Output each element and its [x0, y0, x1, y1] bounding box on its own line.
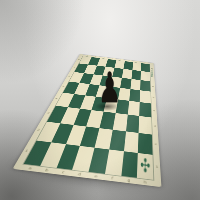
square-g1[interactable] — [121, 151, 138, 178]
coord-label: 4 — [152, 104, 157, 119]
coord-label: 5 — [151, 92, 156, 105]
brand-text: ®US CHESS — [150, 68, 155, 77]
coord-label: 1 — [153, 155, 161, 181]
board-border: abcdefgh abcdefgh 87654321 87654321 ®US … — [13, 54, 162, 187]
square-h3[interactable] — [139, 116, 152, 134]
square-h4[interactable] — [139, 102, 151, 117]
chess-board: abcdefgh abcdefgh 87654321 87654321 ®US … — [13, 54, 162, 187]
photo-scene: abcdefgh abcdefgh 87654321 87654321 ®US … — [0, 0, 200, 200]
square-h1[interactable]: ✣ — [137, 153, 153, 180]
brand-label: US CHESS — [150, 70, 154, 77]
black-pawn[interactable]: ♟ — [98, 66, 114, 110]
square-g4[interactable] — [127, 101, 139, 116]
coord-label: 3 — [152, 118, 158, 135]
square-g3[interactable] — [126, 115, 140, 133]
corner-emblem-icon: ✣ — [137, 142, 154, 195]
square-g2[interactable] — [124, 131, 139, 153]
coord-label: 6 — [151, 81, 156, 92]
coord-label: 2 — [153, 134, 160, 155]
